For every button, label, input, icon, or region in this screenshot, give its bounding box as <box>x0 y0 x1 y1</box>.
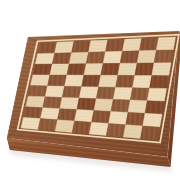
square-f1-grain <box>106 123 125 137</box>
square-g4-grain <box>130 88 149 101</box>
square-h3-grain <box>145 101 164 115</box>
square-c7-grain <box>69 52 88 64</box>
square-c5-grain <box>65 75 84 87</box>
square-g7-grain <box>137 50 156 63</box>
square-d6-grain <box>84 64 103 76</box>
square-d8-grain <box>88 40 107 52</box>
square-e8-grain <box>105 39 124 52</box>
square-g6-grain <box>135 63 154 76</box>
square-d2-grain <box>75 110 94 123</box>
square-h2-grain <box>143 113 162 127</box>
square-b5-grain <box>48 75 67 86</box>
square-b6-grain <box>50 64 69 75</box>
square-g8-grain <box>139 38 158 51</box>
square-b7-grain <box>52 53 71 64</box>
square-g2-grain <box>126 112 145 126</box>
chessboard <box>0 0 180 180</box>
square-f4-grain <box>113 87 132 100</box>
square-f6-grain <box>118 63 137 75</box>
square-d1-grain <box>72 121 91 134</box>
square-d7-grain <box>86 52 105 64</box>
square-h4-grain <box>147 88 166 101</box>
square-h6-grain <box>152 63 171 76</box>
square-h8-grain <box>156 37 175 50</box>
square-a5-grain <box>31 75 50 86</box>
square-e3-grain <box>94 99 113 112</box>
square-f5-grain <box>116 75 135 87</box>
square-a2-grain <box>23 107 42 119</box>
square-g1-grain <box>123 125 142 139</box>
square-e5-grain <box>99 75 118 87</box>
square-h7-grain <box>154 50 173 63</box>
square-b3-grain <box>43 97 62 109</box>
square-a6-grain <box>33 64 52 75</box>
square-e7-grain <box>103 51 122 63</box>
square-f3-grain <box>111 99 130 112</box>
square-b4-grain <box>45 86 64 98</box>
square-g5-grain <box>133 75 152 88</box>
photo-background <box>0 0 180 180</box>
square-f7-grain <box>120 51 139 64</box>
square-b8-grain <box>55 42 74 54</box>
square-f2-grain <box>109 111 128 124</box>
square-f8-grain <box>122 39 141 52</box>
square-a7-grain <box>35 53 54 64</box>
square-c1-grain <box>55 120 74 133</box>
square-e6-grain <box>101 63 120 75</box>
square-a4-grain <box>28 86 47 97</box>
square-e4-grain <box>96 87 115 99</box>
square-h1-grain <box>140 126 159 140</box>
square-c4-grain <box>62 86 81 98</box>
square-c8-grain <box>72 41 91 53</box>
square-d3-grain <box>77 98 96 110</box>
square-b2-grain <box>40 108 59 120</box>
square-a1-grain <box>21 117 40 129</box>
square-b1-grain <box>38 119 57 131</box>
square-d4-grain <box>79 87 98 99</box>
square-h5-grain <box>150 76 169 89</box>
square-c2-grain <box>57 109 76 121</box>
square-c3-grain <box>60 97 79 109</box>
square-e2-grain <box>92 111 111 124</box>
square-a8-grain <box>38 42 57 53</box>
square-a3-grain <box>26 96 45 108</box>
square-g3-grain <box>128 100 147 113</box>
square-c6-grain <box>67 64 86 75</box>
square-d5-grain <box>82 75 101 87</box>
square-e1-grain <box>89 122 108 135</box>
